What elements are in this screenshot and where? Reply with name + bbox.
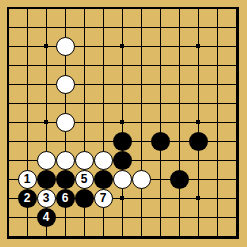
white-stone [56,113,75,132]
black-stone [170,170,189,189]
black-stone [56,170,75,189]
black-stone [75,189,94,208]
stone-move-6: 6 [56,189,75,208]
black-stone [37,170,56,189]
black-stone [94,170,113,189]
stone-move-7: 7 [94,189,113,208]
black-stone [189,132,208,151]
white-stone [75,151,94,170]
white-stone [37,151,56,170]
white-stone [56,151,75,170]
stone-move-5: 5 [75,170,94,189]
black-stone [113,132,132,151]
white-stone [56,37,75,56]
black-stone [113,151,132,170]
go-board: 1523674 [0,0,247,247]
stones-layer: 1523674 [0,0,246,246]
white-stone [56,75,75,94]
white-stone [132,170,151,189]
stone-move-3: 3 [37,189,56,208]
stone-move-2: 2 [18,189,37,208]
white-stone [113,170,132,189]
stone-move-4: 4 [37,208,56,227]
white-stone [94,151,113,170]
black-stone [151,132,170,151]
stone-move-1: 1 [18,170,37,189]
